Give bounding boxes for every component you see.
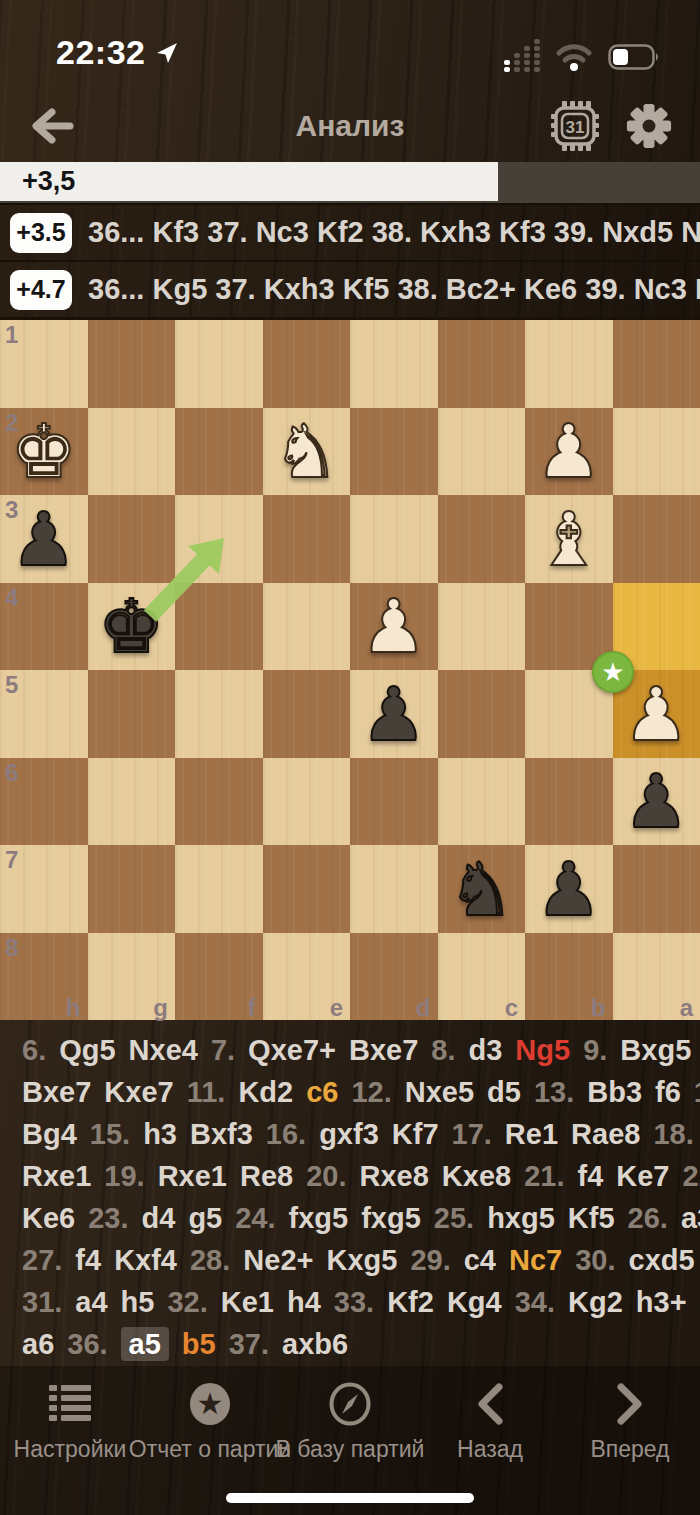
move-number: 32.: [167, 1286, 207, 1318]
move-token[interactable]: Ke7: [616, 1160, 669, 1192]
move-token[interactable]: Ke6: [22, 1202, 75, 1234]
move-token[interactable]: h5: [121, 1286, 155, 1318]
square-h6[interactable]: 6: [0, 758, 88, 846]
move-token[interactable]: c6: [306, 1076, 338, 1108]
square-g1[interactable]: [88, 320, 176, 408]
move-number: 12.: [351, 1076, 391, 1108]
rank-label-1: 1: [5, 321, 18, 349]
report-star-icon: ★: [188, 1382, 232, 1426]
location-arrow-icon: [155, 41, 179, 65]
square-f4[interactable]: [175, 583, 263, 671]
move-token[interactable]: a3: [681, 1202, 700, 1234]
file-label-f: f: [248, 994, 256, 1022]
white-pawn-d4: ♟: [361, 589, 427, 663]
square-h4[interactable]: 4: [0, 583, 88, 671]
toolbar-settings-label: Настройки: [14, 1436, 127, 1463]
move-number: 7.: [211, 1034, 235, 1066]
white-knight-e2: ♞: [273, 414, 339, 488]
move-token[interactable]: f6: [655, 1076, 681, 1108]
square-a6[interactable]: ♟: [613, 758, 700, 846]
move-token[interactable]: a4: [75, 1286, 107, 1318]
move-token[interactable]: Kxe7: [104, 1076, 173, 1108]
square-h7[interactable]: 7: [0, 845, 88, 933]
square-e3[interactable]: [263, 495, 351, 583]
square-f1[interactable]: [175, 320, 263, 408]
move-token[interactable]: Ne2+: [243, 1244, 313, 1276]
square-f8[interactable]: f: [175, 933, 263, 1021]
engine-line-2[interactable]: +4.7 36... Kg5 37. Kxh3 Kf5 38. Bc2+ Ke6…: [0, 262, 700, 320]
move-number: 25.: [434, 1202, 474, 1234]
move-token[interactable]: Ng5: [515, 1034, 570, 1066]
move-token[interactable]: Kd2: [238, 1076, 293, 1108]
forward-chevron-icon: [617, 1382, 643, 1426]
engine-chip-icon[interactable]: 31: [550, 100, 600, 152]
move-number: 37.: [229, 1328, 269, 1360]
move-list-line-5: Ke623.d4g524.fxg5fxg525.hxg5Kf526.a3Na6: [22, 1197, 690, 1239]
move-list-line-3: Bg415.h3Bxf316.gxf3Kf717.Re1Rae818.Nc3: [22, 1113, 690, 1155]
move-token[interactable]: gxf3: [319, 1118, 379, 1150]
file-label-a: a: [680, 994, 693, 1022]
move-token[interactable]: hxg5: [487, 1202, 555, 1234]
settings-list-icon: [49, 1382, 91, 1426]
toolbar-game-report-label: Отчет о партии: [129, 1436, 291, 1463]
status-bar: 22:32: [0, 0, 700, 90]
move-token[interactable]: h3+: [636, 1286, 687, 1318]
square-a1[interactable]: [613, 320, 700, 408]
battery-icon: [608, 44, 660, 70]
toolbar-settings-button[interactable]: Настройки: [0, 1382, 140, 1515]
square-c1[interactable]: [438, 320, 526, 408]
square-d4[interactable]: ♟: [350, 583, 438, 671]
move-list-line-1: 6.Qg5Nxe47.Qxe7+Bxe78.d3Ng59.Bxg5Nb410.: [22, 1029, 690, 1071]
best-move-star-badge: ★: [592, 651, 634, 693]
move-token[interactable]: Kxe8: [442, 1160, 511, 1192]
toolbar-back-label: Назад: [457, 1436, 523, 1463]
square-e5[interactable]: [263, 670, 351, 758]
square-b1[interactable]: [525, 320, 613, 408]
back-chevron-icon: [477, 1382, 503, 1426]
move-number: 23.: [88, 1202, 128, 1234]
white-pawn-a5: ♟: [623, 677, 689, 751]
move-number: 26.: [628, 1202, 668, 1234]
black-king-g4: ♚: [98, 589, 164, 663]
engine-line-2-eval-badge: +4.7: [10, 270, 72, 310]
move-token[interactable]: f4: [578, 1160, 604, 1192]
move-number: 28.: [190, 1244, 230, 1276]
move-number: 21.: [524, 1160, 564, 1192]
square-c4[interactable]: [438, 583, 526, 671]
square-a3[interactable]: [613, 495, 700, 583]
square-c7[interactable]: ♞: [438, 845, 526, 933]
square-e1[interactable]: [263, 320, 351, 408]
move-token[interactable]: axb6: [282, 1328, 348, 1360]
move-number: 19.: [104, 1160, 144, 1192]
square-f5[interactable]: [175, 670, 263, 758]
square-g3[interactable]: [88, 495, 176, 583]
engine-line-1-eval-badge: +3.5: [10, 213, 72, 253]
square-g5[interactable]: [88, 670, 176, 758]
evaluation-bar: +3,5: [0, 162, 700, 203]
move-token[interactable]: Rxe1: [158, 1160, 227, 1192]
square-b2[interactable]: ♟: [525, 408, 613, 496]
evaluation-value: +3,5: [22, 166, 75, 197]
square-b6[interactable]: [525, 758, 613, 846]
game-move-list: 6.Qg5Nxe47.Qxe7+Bxe78.d3Ng59.Bxg5Nb410.B…: [0, 1020, 700, 1366]
move-token[interactable]: fxg5: [361, 1202, 421, 1234]
move-token[interactable]: h4: [287, 1286, 321, 1318]
move-token[interactable]: Nc7: [509, 1244, 562, 1276]
move-token[interactable]: h3: [143, 1118, 177, 1150]
move-token[interactable]: Qg5: [59, 1034, 115, 1066]
square-h5[interactable]: 5: [0, 670, 88, 758]
file-label-h: h: [66, 994, 81, 1022]
move-token[interactable]: fxg5: [289, 1202, 349, 1234]
move-list-line-2: Bxe7Kxe711.Kd2c612.Nxe5d513.Bb3f614.Nf3: [22, 1071, 690, 1113]
move-number: 33.: [334, 1286, 374, 1318]
move-number: 6.: [22, 1034, 46, 1066]
square-b7[interactable]: ♟: [525, 845, 613, 933]
square-d7[interactable]: [350, 845, 438, 933]
move-number: 20.: [306, 1160, 346, 1192]
square-a8[interactable]: a: [613, 933, 700, 1021]
move-token[interactable]: Re1: [505, 1118, 558, 1150]
square-e6[interactable]: [263, 758, 351, 846]
move-token[interactable]: d3: [469, 1034, 503, 1066]
move-token[interactable]: Nxe4: [129, 1034, 198, 1066]
square-c6[interactable]: [438, 758, 526, 846]
move-number: 16.: [266, 1118, 306, 1150]
move-token[interactable]: Bxe7: [22, 1076, 91, 1108]
square-h8[interactable]: 8h: [0, 933, 88, 1021]
file-label-d: d: [416, 994, 431, 1022]
clock-time: 22:32: [56, 33, 145, 72]
move-number: 8.: [431, 1034, 455, 1066]
square-a7[interactable]: [613, 845, 700, 933]
settings-gear-icon[interactable]: [626, 103, 672, 149]
square-g2[interactable]: [88, 408, 176, 496]
move-token[interactable]: g5: [188, 1202, 222, 1234]
current-move[interactable]: a5: [121, 1327, 169, 1361]
nav-header: Анализ 31: [0, 90, 700, 162]
chess-analysis-app: 22:32: [0, 0, 700, 1515]
engine-line-1-moves: 36... Kf3 37. Nc3 Kf2 38. Kxh3 Kf3 39. N…: [88, 216, 700, 249]
square-d1[interactable]: [350, 320, 438, 408]
rank-label-6: 6: [5, 759, 18, 787]
move-token[interactable]: f4: [75, 1244, 101, 1276]
move-number: 22.: [683, 1160, 700, 1192]
move-token[interactable]: Kg4: [447, 1286, 502, 1318]
black-pawn-a6: ♟: [623, 764, 689, 838]
square-f7[interactable]: [175, 845, 263, 933]
square-g4[interactable]: ♚: [88, 583, 176, 671]
move-token[interactable]: c4: [464, 1244, 496, 1276]
square-e7[interactable]: [263, 845, 351, 933]
move-number: 27.: [22, 1244, 62, 1276]
toolbar-forward-button[interactable]: Вперед: [560, 1382, 700, 1515]
engine-line-2-moves: 36... Kg5 37. Kxh3 Kf5 38. Bc2+ Ke6 39. …: [88, 273, 700, 306]
rank-label-2: 2: [5, 409, 18, 437]
cellular-signal-icon: [504, 42, 540, 72]
square-e8[interactable]: e: [263, 933, 351, 1021]
move-token[interactable]: Rxe1: [22, 1160, 91, 1192]
database-compass-icon: [328, 1382, 372, 1426]
move-list-line-4: Rxe119.Rxe1Re820.Rxe8Kxe821.f4Ke722.h4: [22, 1155, 690, 1197]
square-g7[interactable]: [88, 845, 176, 933]
move-number: 36.: [67, 1328, 107, 1360]
black-pawn-d5: ♟: [361, 677, 427, 751]
move-number: 9.: [583, 1034, 607, 1066]
square-f6[interactable]: [175, 758, 263, 846]
move-token[interactable]: Bg4: [22, 1118, 77, 1150]
square-h3[interactable]: ♟3: [0, 495, 88, 583]
move-number: 31.: [22, 1286, 62, 1318]
square-g6[interactable]: [88, 758, 176, 846]
move-number: 15.: [90, 1118, 130, 1150]
move-list-line-6: 27.f4Kxf428.Ne2+Kxg529.c4Nc730.cxd5cxd5: [22, 1239, 690, 1281]
move-token[interactable]: b5: [182, 1328, 216, 1360]
black-pawn-b7: ♟: [536, 852, 602, 926]
move-token[interactable]: d4: [142, 1202, 176, 1234]
home-indicator[interactable]: [226, 1493, 474, 1503]
move-number: 24.: [235, 1202, 275, 1234]
black-knight-c7: ♞: [448, 852, 514, 926]
square-c2[interactable]: [438, 408, 526, 496]
svg-text:★: ★: [197, 1387, 224, 1420]
white-king-h2: ♚: [11, 414, 77, 488]
square-d5[interactable]: ♟: [350, 670, 438, 758]
move-token[interactable]: cxd5: [629, 1244, 695, 1276]
square-d6[interactable]: [350, 758, 438, 846]
move-token[interactable]: Bb3: [587, 1076, 642, 1108]
move-number: 29.: [410, 1244, 450, 1276]
move-token[interactable]: Rae8: [571, 1118, 640, 1150]
square-b8[interactable]: b: [525, 933, 613, 1021]
move-token[interactable]: Kxg5: [326, 1244, 397, 1276]
square-c8[interactable]: c: [438, 933, 526, 1021]
move-token[interactable]: d5: [487, 1076, 521, 1108]
move-token[interactable]: Kf5: [568, 1202, 615, 1234]
move-token[interactable]: Kf7: [392, 1118, 439, 1150]
square-h2[interactable]: ♚2: [0, 408, 88, 496]
square-c5[interactable]: [438, 670, 526, 758]
move-token[interactable]: Kg2: [568, 1286, 623, 1318]
rank-label-7: 7: [5, 846, 18, 874]
move-token[interactable]: Kf2: [387, 1286, 434, 1318]
rank-label-8: 8: [5, 934, 18, 962]
move-token[interactable]: Bxf3: [190, 1118, 253, 1150]
bottom-toolbar: Настройки ★ Отчет о партии В базу партий: [0, 1366, 700, 1515]
square-d8[interactable]: d: [350, 933, 438, 1021]
square-h1[interactable]: 1: [0, 320, 88, 408]
engine-line-1[interactable]: +3.5 36... Kf3 37. Nc3 Kf2 38. Kxh3 Kf3 …: [0, 203, 700, 262]
file-label-e: e: [330, 994, 343, 1022]
move-token[interactable]: Nxe5: [405, 1076, 474, 1108]
file-label-c: c: [505, 994, 518, 1022]
rank-label-4: 4: [5, 584, 18, 612]
move-token[interactable]: Re8: [240, 1160, 293, 1192]
square-g8[interactable]: g: [88, 933, 176, 1021]
square-d3[interactable]: [350, 495, 438, 583]
rank-label-5: 5: [5, 671, 18, 699]
square-f3[interactable]: [175, 495, 263, 583]
wifi-icon: [556, 43, 592, 71]
move-number: 14.: [694, 1076, 700, 1108]
black-pawn-h3: ♟: [11, 502, 77, 576]
move-token[interactable]: Ke1: [221, 1286, 274, 1318]
square-a2[interactable]: [613, 408, 700, 496]
square-e2[interactable]: ♞: [263, 408, 351, 496]
move-token[interactable]: Bxe7: [349, 1034, 418, 1066]
toolbar-game-database-label: В базу партий: [276, 1436, 425, 1463]
move-number: 17.: [452, 1118, 492, 1150]
square-f2[interactable]: [175, 408, 263, 496]
move-token[interactable]: Kxf4: [114, 1244, 177, 1276]
square-c3[interactable]: [438, 495, 526, 583]
move-number: 18.: [653, 1118, 693, 1150]
square-b3[interactable]: ♝: [525, 495, 613, 583]
toolbar-forward-label: Вперед: [590, 1436, 669, 1463]
move-token[interactable]: Qxe7+: [248, 1034, 336, 1066]
move-number: 34.: [515, 1286, 555, 1318]
move-number: 30.: [575, 1244, 615, 1276]
square-d2[interactable]: [350, 408, 438, 496]
move-token[interactable]: Rxe8: [360, 1160, 429, 1192]
rank-label-3: 3: [5, 496, 18, 524]
white-pawn-b2: ♟: [536, 414, 602, 488]
move-list-line-8: a636.a5b537.axb6: [22, 1323, 690, 1365]
chess-board[interactable]: ★ 1♚2♞♟♟3♝4♚♟5♟♟6♟7♞♟8hgfedcba: [0, 320, 700, 1020]
file-label-b: b: [591, 994, 606, 1022]
move-number: 13.: [534, 1076, 574, 1108]
move-list-line-7: 31.a4h532.Ke1h433.Kf2Kg434.Kg2h3+35.Kh2: [22, 1281, 690, 1323]
white-bishop-b3: ♝: [536, 502, 602, 576]
file-label-g: g: [153, 994, 168, 1022]
move-token[interactable]: Bxg5: [620, 1034, 691, 1066]
square-e4[interactable]: [263, 583, 351, 671]
move-number: 11.: [187, 1076, 226, 1108]
engine-depth-label: 31: [566, 118, 585, 137]
move-token[interactable]: a6: [22, 1328, 54, 1360]
